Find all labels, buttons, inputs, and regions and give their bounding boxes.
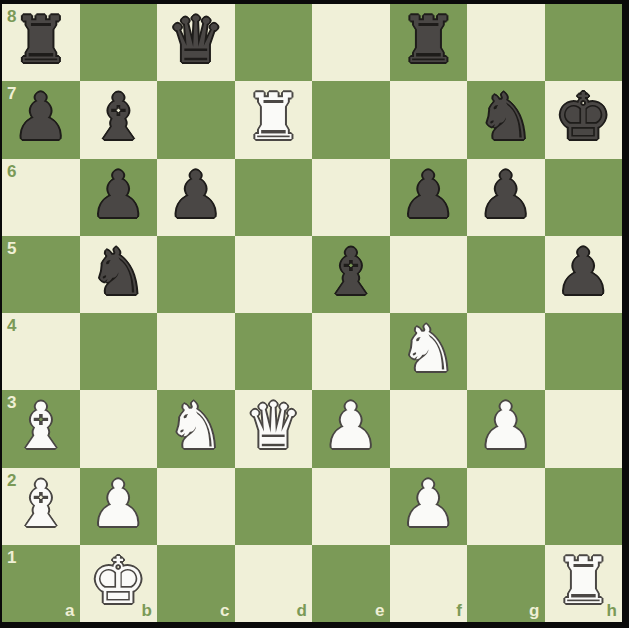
file-label-g: g xyxy=(529,602,539,619)
square-h4[interactable] xyxy=(545,313,623,390)
square-e3[interactable]: ♟ xyxy=(312,390,390,467)
black-pawn[interactable]: ♟ xyxy=(400,157,457,234)
file-label-d: d xyxy=(297,602,307,619)
square-h1[interactable]: h♜ xyxy=(545,545,623,622)
square-f4[interactable]: ♞ xyxy=(390,313,468,390)
square-h8[interactable] xyxy=(545,4,623,81)
square-f5[interactable] xyxy=(390,236,468,313)
file-label-b: b xyxy=(142,602,152,619)
square-f2[interactable]: ♟ xyxy=(390,468,468,545)
black-bishop[interactable]: ♝ xyxy=(90,79,147,156)
square-b4[interactable] xyxy=(80,313,158,390)
square-d6[interactable] xyxy=(235,159,313,236)
black-pawn[interactable]: ♟ xyxy=(555,234,612,311)
square-b1[interactable]: b♚ xyxy=(80,545,158,622)
white-knight[interactable]: ♞ xyxy=(167,388,224,465)
white-queen[interactable]: ♛ xyxy=(245,388,302,465)
black-knight[interactable]: ♞ xyxy=(90,234,147,311)
black-rook[interactable]: ♜ xyxy=(12,2,69,79)
square-f3[interactable] xyxy=(390,390,468,467)
square-d3[interactable]: ♛ xyxy=(235,390,313,467)
file-label-h: h xyxy=(607,602,617,619)
white-rook[interactable]: ♜ xyxy=(245,79,302,156)
square-d7[interactable]: ♜ xyxy=(235,81,313,158)
square-b5[interactable]: ♞ xyxy=(80,236,158,313)
black-queen[interactable]: ♛ xyxy=(167,2,224,79)
square-e7[interactable] xyxy=(312,81,390,158)
square-f8[interactable]: ♜ xyxy=(390,4,468,81)
white-pawn[interactable]: ♟ xyxy=(400,466,457,543)
black-pawn[interactable]: ♟ xyxy=(90,157,147,234)
square-c5[interactable] xyxy=(157,236,235,313)
black-rook[interactable]: ♜ xyxy=(400,2,457,79)
white-bishop[interactable]: ♝ xyxy=(12,388,69,465)
square-c7[interactable] xyxy=(157,81,235,158)
square-e4[interactable] xyxy=(312,313,390,390)
white-bishop[interactable]: ♝ xyxy=(12,466,69,543)
square-b8[interactable] xyxy=(80,4,158,81)
white-pawn[interactable]: ♟ xyxy=(90,466,147,543)
square-h5[interactable]: ♟ xyxy=(545,236,623,313)
square-h3[interactable] xyxy=(545,390,623,467)
square-f7[interactable] xyxy=(390,81,468,158)
square-g7[interactable]: ♞ xyxy=(467,81,545,158)
rank-label-1: 1 xyxy=(7,549,16,566)
square-g5[interactable] xyxy=(467,236,545,313)
square-c1[interactable]: c xyxy=(157,545,235,622)
square-e2[interactable] xyxy=(312,468,390,545)
square-b7[interactable]: ♝ xyxy=(80,81,158,158)
square-g2[interactable] xyxy=(467,468,545,545)
rank-label-6: 6 xyxy=(7,163,16,180)
square-e5[interactable]: ♝ xyxy=(312,236,390,313)
file-label-a: a xyxy=(65,602,74,619)
square-g8[interactable] xyxy=(467,4,545,81)
square-h6[interactable] xyxy=(545,159,623,236)
white-king[interactable]: ♚ xyxy=(90,543,147,620)
rank-label-4: 4 xyxy=(7,317,16,334)
square-g6[interactable]: ♟ xyxy=(467,159,545,236)
square-a5[interactable]: 5 xyxy=(2,236,80,313)
square-a2[interactable]: 2♝ xyxy=(2,468,80,545)
white-pawn[interactable]: ♟ xyxy=(477,388,534,465)
white-pawn[interactable]: ♟ xyxy=(322,388,379,465)
square-g3[interactable]: ♟ xyxy=(467,390,545,467)
rank-label-3: 3 xyxy=(7,394,16,411)
black-pawn[interactable]: ♟ xyxy=(477,157,534,234)
square-f1[interactable]: f xyxy=(390,545,468,622)
board-frame: 8♜♛♜7♟♝♜♞♚6♟♟♟♟5♞♝♟4♞3♝♞♛♟♟2♝♟♟1ab♚cdefg… xyxy=(0,0,629,628)
square-c6[interactable]: ♟ xyxy=(157,159,235,236)
black-pawn[interactable]: ♟ xyxy=(12,79,69,156)
square-b6[interactable]: ♟ xyxy=(80,159,158,236)
black-knight[interactable]: ♞ xyxy=(477,79,534,156)
square-e6[interactable] xyxy=(312,159,390,236)
square-a1[interactable]: 1a xyxy=(2,545,80,622)
chess-board: 8♜♛♜7♟♝♜♞♚6♟♟♟♟5♞♝♟4♞3♝♞♛♟♟2♝♟♟1ab♚cdefg… xyxy=(2,4,622,622)
square-g4[interactable] xyxy=(467,313,545,390)
square-d5[interactable] xyxy=(235,236,313,313)
square-h2[interactable] xyxy=(545,468,623,545)
black-king[interactable]: ♚ xyxy=(555,79,612,156)
square-g1[interactable]: g xyxy=(467,545,545,622)
square-f6[interactable]: ♟ xyxy=(390,159,468,236)
square-c4[interactable] xyxy=(157,313,235,390)
rank-label-5: 5 xyxy=(7,240,16,257)
square-a7[interactable]: 7♟ xyxy=(2,81,80,158)
square-a4[interactable]: 4 xyxy=(2,313,80,390)
square-h7[interactable]: ♚ xyxy=(545,81,623,158)
square-e1[interactable]: e xyxy=(312,545,390,622)
rank-label-8: 8 xyxy=(7,8,16,25)
square-a3[interactable]: 3♝ xyxy=(2,390,80,467)
square-c2[interactable] xyxy=(157,468,235,545)
square-e8[interactable] xyxy=(312,4,390,81)
square-d1[interactable]: d xyxy=(235,545,313,622)
white-rook[interactable]: ♜ xyxy=(555,543,612,620)
file-label-e: e xyxy=(375,602,384,619)
square-d2[interactable] xyxy=(235,468,313,545)
rank-label-7: 7 xyxy=(7,85,16,102)
rank-label-2: 2 xyxy=(7,472,16,489)
square-b2[interactable]: ♟ xyxy=(80,468,158,545)
file-label-c: c xyxy=(220,602,229,619)
file-label-f: f xyxy=(456,602,462,619)
square-d4[interactable] xyxy=(235,313,313,390)
black-bishop[interactable]: ♝ xyxy=(322,234,379,311)
square-b3[interactable] xyxy=(80,390,158,467)
square-a6[interactable]: 6 xyxy=(2,159,80,236)
black-pawn[interactable]: ♟ xyxy=(167,157,224,234)
square-a8[interactable]: 8♜ xyxy=(2,4,80,81)
square-c3[interactable]: ♞ xyxy=(157,390,235,467)
square-d8[interactable] xyxy=(235,4,313,81)
white-knight[interactable]: ♞ xyxy=(400,311,457,388)
square-c8[interactable]: ♛ xyxy=(157,4,235,81)
